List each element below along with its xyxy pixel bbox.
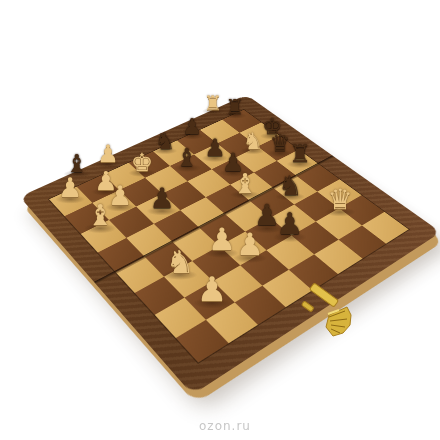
piece-light-bishop-e5: ♝ <box>233 170 257 197</box>
piece-light-pawn-c8: ♟ <box>97 142 119 166</box>
piece-dark-rook-f8: ♜ <box>226 96 245 117</box>
piece-dark-knight-f4: ♞ <box>278 172 302 199</box>
piece-dark-pawn-f2: ♟ <box>277 209 304 239</box>
piece-dark-queen-g6: ♛ <box>270 132 291 155</box>
piece-dark-pawn-e7: ♟ <box>182 116 202 138</box>
piece-light-pawn-b1: ♟ <box>197 272 227 306</box>
piece-dark-bishop-d7: ♝ <box>176 145 198 170</box>
piece-light-pawn-a7: ♟ <box>58 174 82 201</box>
piece-dark-knight-d8: ♞ <box>155 130 176 153</box>
clasp-icon <box>295 281 357 345</box>
piece-light-queen-g2: ♛ <box>327 187 352 215</box>
piece-light-king-c7: ♚ <box>131 150 153 175</box>
piece-light-rook-e8: ♜ <box>204 93 222 113</box>
piece-dark-rook-h6: ♜ <box>289 142 311 166</box>
piece-light-pawn-c3: ♟ <box>208 224 236 255</box>
product-photo: ♜♜♟♚♞♞♛♟♟♜♝♚♟♝♟♝♞♟♟♟♛♝♟♟♟♟♞♟ ozon.ru <box>0 0 440 440</box>
piece-light-pawn-d3: ♟ <box>236 229 264 260</box>
piece-dark-pawn-c5: ♟ <box>149 185 174 213</box>
watermark: ozon.ru <box>170 419 280 433</box>
piece-light-bishop-a5: ♝ <box>87 202 113 231</box>
piece-light-knight-b3: ♞ <box>166 246 195 278</box>
piece-light-knight-f7: ♞ <box>243 130 264 153</box>
